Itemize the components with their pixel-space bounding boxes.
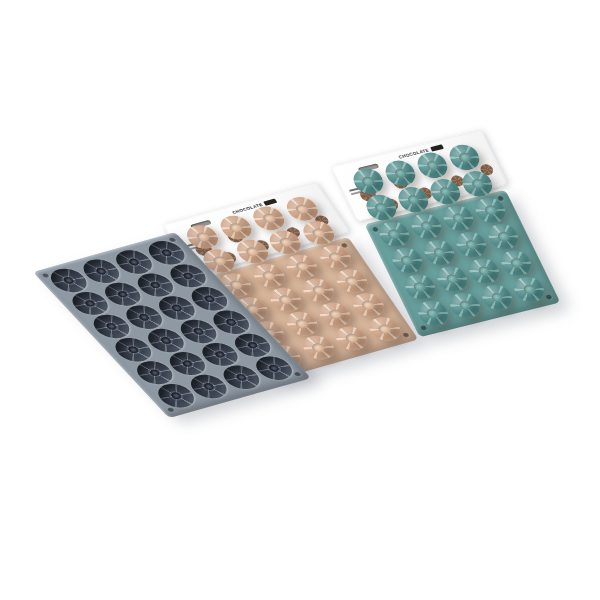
swirl-dome [413,298,452,329]
photo-stage: CHOCOLATE CHOCOLATE [0,0,600,600]
swirl-dome [407,210,446,241]
swirl-dome [248,203,290,233]
swirl-dome [248,261,290,291]
swirl-cap-icon [425,307,440,319]
swirl-cap-icon [483,204,498,216]
swirl-cap-icon [412,281,427,293]
swirl-dome [361,192,400,223]
swirl-dome [297,275,339,305]
swirl-dome [281,194,323,224]
swirl-dome [419,237,458,268]
swirl-cap-icon [343,333,359,344]
swirl-cap-icon [399,255,414,267]
swirl-cap-icon [310,285,326,296]
swirl-cap-icon [419,220,434,232]
swirl-dome [215,213,257,243]
swirl-cap-icon [310,342,326,353]
swirl-cap-icon [377,323,393,334]
swirl-dome [439,202,478,233]
swirl-cap-icon [393,167,408,179]
swirl-cap-icon [490,291,505,303]
swirl-dome [374,218,413,249]
swirl-dome [510,274,549,305]
swirl-cap-icon [244,246,260,257]
swirl-cap-icon [374,202,389,214]
swirl-dome [297,333,339,363]
swirl-cap-icon [277,237,293,248]
swirl-dome [400,271,439,302]
swirl-cap-icon [386,228,401,240]
swirl-cap-icon [327,251,343,262]
swirl-dome [363,314,405,344]
swirl-dome [349,166,388,197]
swirl-dome [281,251,323,281]
swirl-dome [426,176,465,207]
swirl-dome [314,242,356,272]
swirl-dome [413,150,452,181]
swirl-cap-icon [228,279,244,290]
swirl-cap-icon [294,203,310,214]
swirl-dome [381,158,420,189]
swirl-dome [465,255,504,286]
swirl-cap-icon [451,212,466,224]
swirl-cap-icon [457,299,472,311]
swirl-cap-icon [294,318,310,329]
swirl-cap-icon [470,178,485,190]
swirl-dome [330,266,372,296]
swirl-dome [347,290,389,320]
swirl-cap-icon [294,261,310,272]
swirl-dome [471,194,510,225]
swirl-cap-icon [438,186,453,198]
swirl-cap-icon [261,270,277,281]
swirl-cap-icon [228,222,244,233]
swirl-cap-icon [445,273,460,285]
swirl-dome [264,285,306,315]
swirl-dome [394,184,433,215]
swirl-cap-icon [360,299,376,310]
swirl-dome [452,229,491,260]
swirl-dome [297,218,339,248]
swirl-cap-icon [432,247,447,259]
swirl-dome [445,142,484,173]
swirl-cap-icon [496,231,511,243]
swirl-dome [231,237,273,267]
swirl-dome [478,282,517,313]
swirl-dome [497,247,536,278]
swirl-dome [445,290,484,321]
swirl-dome [314,299,356,329]
swirl-cap-icon [311,227,327,238]
swirl-dome [281,309,323,339]
swirl-dome [264,227,306,257]
swirl-cap-icon [327,309,343,320]
swirl-cap-icon [406,194,421,206]
swirl-cap-icon [457,151,472,163]
swirl-cap-icon [425,159,440,171]
swirl-cap-icon [509,257,524,269]
swirl-cap-icon [195,231,211,242]
swirl-cap-icon [211,255,227,266]
swirl-cap-icon [261,213,277,224]
swirl-cap-icon [477,265,492,277]
swirl-cap-icon [522,283,537,295]
swirl-dome [458,168,497,199]
swirl-dome [432,263,471,294]
swirl-cap-icon [344,275,360,286]
swirl-cap-icon [361,175,376,187]
swirl-dome [387,245,426,276]
swirl-dome [484,221,523,252]
swirl-cap-icon [277,294,293,305]
swirl-dome [330,323,372,353]
swirl-cap-icon [464,239,479,251]
